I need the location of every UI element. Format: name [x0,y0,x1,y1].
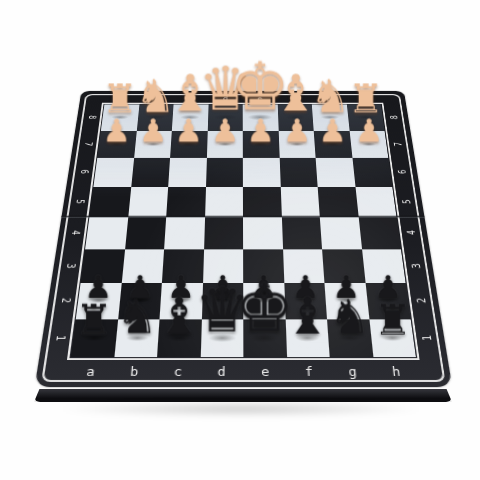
pawn-glyph: ♟ [283,114,311,146]
board-shadow [55,401,427,417]
pawn-glyph: ♟ [175,114,203,146]
chessboard: aabbccddeeffgghh8877665544332211 ♜♞♝♛♚♝♞… [35,91,453,387]
pawn-glyph: ♟ [319,114,347,146]
rank-label-5-left: 5 [74,199,84,204]
rank-label-4-left: 4 [69,230,80,235]
pawn-glyph: ♟ [211,114,239,146]
rook-glyph: ♜ [374,299,412,341]
fold-seam [61,216,425,218]
knight-glyph: ♞ [116,294,158,340]
rook-glyph: ♜ [75,299,113,341]
pawn-glyph: ♟ [354,114,382,146]
rank-label-5-right: 5 [401,199,412,204]
pawn-glyph: ♟ [103,114,131,146]
product-photo: aabbccddeeffgghh8877665544332211 ♜♞♝♛♚♝♞… [0,0,480,480]
knight-glyph: ♞ [329,294,371,340]
pieces-layer: ♜♞♝♛♚♝♞♜♟♟♟♟♟♟♟♟♟♟♟♟♟♟♟♟♜♞♝♛♚♝♞♜ [35,91,453,387]
pawn-glyph: ♟ [139,114,167,146]
rank-label-4-right: 4 [406,230,417,235]
bishop-glyph: ♝ [284,290,330,341]
pawn-glyph: ♟ [247,114,275,146]
